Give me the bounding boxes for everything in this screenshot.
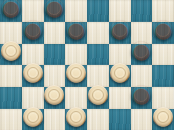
light-piece[interactable]: ●: [44, 85, 64, 105]
square-r3c7[interactable]: [152, 65, 174, 87]
square-r5c4[interactable]: [87, 109, 109, 130]
light-piece[interactable]: ●: [66, 63, 86, 83]
checker-glyph: ●: [23, 63, 41, 83]
checker-glyph: ●: [67, 63, 85, 83]
light-piece[interactable]: ●: [23, 107, 43, 127]
square-r2c3[interactable]: [65, 44, 87, 66]
square-r0c2[interactable]: ●: [44, 0, 66, 22]
light-piece[interactable]: ●: [1, 41, 21, 61]
square-r3c5[interactable]: ●: [109, 65, 131, 87]
square-r2c7[interactable]: [152, 44, 174, 66]
square-r5c2[interactable]: [44, 109, 66, 130]
square-r1c1[interactable]: ●: [22, 22, 44, 44]
checker-glyph: ●: [45, 85, 63, 105]
square-r3c4[interactable]: [87, 65, 109, 87]
square-r3c1[interactable]: ●: [22, 65, 44, 87]
dark-piece[interactable]: ●: [44, 0, 64, 18]
square-r2c5[interactable]: [109, 44, 131, 66]
checker-glyph: ●: [154, 20, 172, 40]
square-r5c5[interactable]: [109, 109, 131, 130]
square-r2c2[interactable]: [44, 44, 66, 66]
checker-glyph: ●: [67, 107, 85, 127]
square-r4c1[interactable]: [22, 87, 44, 109]
checker-glyph: ●: [23, 20, 41, 40]
checker-glyph: ●: [110, 63, 128, 83]
square-r0c5[interactable]: [109, 0, 131, 22]
square-r5c6[interactable]: [131, 109, 153, 130]
dark-piece[interactable]: ●: [23, 20, 43, 40]
square-r5c3[interactable]: ●: [65, 109, 87, 130]
square-r4c3[interactable]: [65, 87, 87, 109]
square-r0c1[interactable]: [22, 0, 44, 22]
checker-glyph: ●: [132, 41, 150, 61]
square-r0c6[interactable]: [131, 0, 153, 22]
square-r2c1[interactable]: [22, 44, 44, 66]
square-r2c4[interactable]: [87, 44, 109, 66]
dark-piece[interactable]: ●: [1, 0, 21, 18]
square-r4c6[interactable]: ●: [131, 87, 153, 109]
checker-glyph: ●: [45, 0, 63, 18]
dark-piece[interactable]: ●: [131, 41, 151, 61]
dark-piece[interactable]: ●: [153, 20, 173, 40]
checker-glyph: ●: [2, 0, 20, 18]
square-r1c4[interactable]: [87, 22, 109, 44]
checker-glyph: ●: [154, 107, 172, 127]
square-r1c7[interactable]: ●: [152, 22, 174, 44]
square-r1c2[interactable]: [44, 22, 66, 44]
square-r1c6[interactable]: [131, 22, 153, 44]
square-r3c2[interactable]: [44, 65, 66, 87]
square-r4c4[interactable]: ●: [87, 87, 109, 109]
square-r0c3[interactable]: [65, 0, 87, 22]
dark-piece[interactable]: ●: [110, 20, 130, 40]
square-r1c3[interactable]: ●: [65, 22, 87, 44]
light-piece[interactable]: ●: [110, 63, 130, 83]
square-r2c6[interactable]: ●: [131, 44, 153, 66]
square-r3c3[interactable]: ●: [65, 65, 87, 87]
checker-glyph: ●: [67, 20, 85, 40]
square-r5c7[interactable]: ●: [152, 109, 174, 130]
checkers-board: ●●●●●●●●●●●●●●●●●: [0, 0, 174, 130]
square-r4c2[interactable]: ●: [44, 87, 66, 109]
checker-glyph: ●: [110, 20, 128, 40]
square-r5c1[interactable]: ●: [22, 109, 44, 130]
checker-glyph: ●: [23, 107, 41, 127]
square-r3c6[interactable]: [131, 65, 153, 87]
dark-piece[interactable]: ●: [66, 20, 86, 40]
square-r1c5[interactable]: ●: [109, 22, 131, 44]
checker-glyph: ●: [89, 85, 107, 105]
square-r0c0[interactable]: ●: [0, 0, 22, 22]
square-r3c0[interactable]: [0, 65, 22, 87]
checker-glyph: ●: [132, 85, 150, 105]
square-r2c0[interactable]: ●: [0, 44, 22, 66]
square-r5c0[interactable]: [0, 109, 22, 130]
square-r0c4[interactable]: [87, 0, 109, 22]
square-r0c7[interactable]: [152, 0, 174, 22]
square-r4c7[interactable]: [152, 87, 174, 109]
dark-piece[interactable]: ●: [131, 85, 151, 105]
square-r4c5[interactable]: [109, 87, 131, 109]
light-piece[interactable]: ●: [66, 107, 86, 127]
light-piece[interactable]: ●: [88, 85, 108, 105]
light-piece[interactable]: ●: [23, 63, 43, 83]
square-r4c0[interactable]: [0, 87, 22, 109]
checker-glyph: ●: [2, 41, 20, 61]
square-r1c0[interactable]: [0, 22, 22, 44]
light-piece[interactable]: ●: [153, 107, 173, 127]
